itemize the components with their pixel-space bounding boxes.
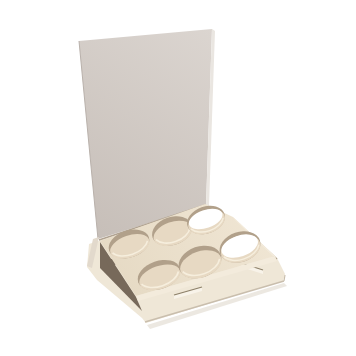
display-box-illustration (0, 0, 356, 356)
product-photo (0, 0, 356, 356)
back-panel (79, 29, 212, 239)
